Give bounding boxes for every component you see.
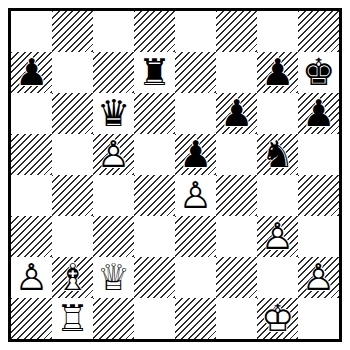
square-e3[interactable] <box>175 216 216 257</box>
square-h1[interactable] <box>298 298 339 339</box>
square-f5[interactable] <box>216 134 257 175</box>
square-g8[interactable] <box>257 11 298 52</box>
white-pawn[interactable]: ♙ <box>175 175 216 216</box>
square-d1[interactable] <box>134 298 175 339</box>
black-king[interactable]: ♚ <box>298 52 339 93</box>
black-queen[interactable]: ♛ <box>93 93 134 134</box>
square-g7[interactable]: ♟ <box>257 52 298 93</box>
square-h4[interactable] <box>298 175 339 216</box>
square-b2[interactable]: ♝♗ <box>52 257 93 298</box>
black-pawn[interactable]: ♟ <box>298 93 339 134</box>
square-e2[interactable] <box>175 257 216 298</box>
white-pawn[interactable]: ♙ <box>298 257 339 298</box>
square-d8[interactable] <box>134 11 175 52</box>
square-d3[interactable] <box>134 216 175 257</box>
square-f7[interactable] <box>216 52 257 93</box>
square-f4[interactable] <box>216 175 257 216</box>
square-f6[interactable]: ♟ <box>216 93 257 134</box>
square-e7[interactable] <box>175 52 216 93</box>
square-h5[interactable] <box>298 134 339 175</box>
white-bishop[interactable]: ♗ <box>52 257 93 298</box>
square-b7[interactable] <box>52 52 93 93</box>
square-h6[interactable]: ♟ <box>298 93 339 134</box>
white-rook[interactable]: ♖ <box>52 298 93 339</box>
square-d4[interactable] <box>134 175 175 216</box>
square-a5[interactable] <box>11 134 52 175</box>
chess-diagram-page: ♟♜♟♚♛♟♟♟♙♟♞♟♙♟♙♟♙♝♗♛♕♟♙♜♖♚♔ <box>0 0 350 350</box>
square-c6[interactable]: ♛ <box>93 93 134 134</box>
square-g2[interactable] <box>257 257 298 298</box>
square-c7[interactable] <box>93 52 134 93</box>
square-a3[interactable] <box>11 216 52 257</box>
square-g6[interactable] <box>257 93 298 134</box>
square-b6[interactable] <box>52 93 93 134</box>
white-king[interactable]: ♔ <box>257 298 298 339</box>
square-h8[interactable] <box>298 11 339 52</box>
white-pawn[interactable]: ♙ <box>257 216 298 257</box>
square-f8[interactable] <box>216 11 257 52</box>
board-frame: ♟♜♟♚♛♟♟♟♙♟♞♟♙♟♙♟♙♝♗♛♕♟♙♜♖♚♔ <box>8 8 342 342</box>
black-pawn[interactable]: ♟ <box>11 52 52 93</box>
square-c1[interactable] <box>93 298 134 339</box>
square-g5[interactable]: ♞ <box>257 134 298 175</box>
white-queen[interactable]: ♕ <box>93 257 134 298</box>
square-g1[interactable]: ♚♔ <box>257 298 298 339</box>
square-b4[interactable] <box>52 175 93 216</box>
square-f3[interactable] <box>216 216 257 257</box>
square-a7[interactable]: ♟ <box>11 52 52 93</box>
square-f2[interactable] <box>216 257 257 298</box>
white-pawn[interactable]: ♙ <box>11 257 52 298</box>
square-c4[interactable] <box>93 175 134 216</box>
square-b1[interactable]: ♜♖ <box>52 298 93 339</box>
square-c3[interactable] <box>93 216 134 257</box>
square-g3[interactable]: ♟♙ <box>257 216 298 257</box>
square-f1[interactable] <box>216 298 257 339</box>
square-d5[interactable] <box>134 134 175 175</box>
square-h2[interactable]: ♟♙ <box>298 257 339 298</box>
square-e5[interactable]: ♟ <box>175 134 216 175</box>
black-pawn[interactable]: ♟ <box>216 93 257 134</box>
square-d7[interactable]: ♜ <box>134 52 175 93</box>
square-b5[interactable] <box>52 134 93 175</box>
square-h7[interactable]: ♚ <box>298 52 339 93</box>
black-rook[interactable]: ♜ <box>134 52 175 93</box>
square-c2[interactable]: ♛♕ <box>93 257 134 298</box>
square-a8[interactable] <box>11 11 52 52</box>
square-a4[interactable] <box>11 175 52 216</box>
white-pawn[interactable]: ♙ <box>93 134 134 175</box>
square-a1[interactable] <box>11 298 52 339</box>
square-h3[interactable] <box>298 216 339 257</box>
black-knight[interactable]: ♞ <box>257 134 298 175</box>
square-b3[interactable] <box>52 216 93 257</box>
square-e1[interactable] <box>175 298 216 339</box>
black-pawn[interactable]: ♟ <box>257 52 298 93</box>
square-e6[interactable] <box>175 93 216 134</box>
black-pawn[interactable]: ♟ <box>175 134 216 175</box>
square-d2[interactable] <box>134 257 175 298</box>
square-b8[interactable] <box>52 11 93 52</box>
square-g4[interactable] <box>257 175 298 216</box>
square-c5[interactable]: ♟♙ <box>93 134 134 175</box>
square-a6[interactable] <box>11 93 52 134</box>
square-d6[interactable] <box>134 93 175 134</box>
square-e4[interactable]: ♟♙ <box>175 175 216 216</box>
square-a2[interactable]: ♟♙ <box>11 257 52 298</box>
square-e8[interactable] <box>175 11 216 52</box>
chess-board: ♟♜♟♚♛♟♟♟♙♟♞♟♙♟♙♟♙♝♗♛♕♟♙♜♖♚♔ <box>11 11 339 339</box>
square-c8[interactable] <box>93 11 134 52</box>
